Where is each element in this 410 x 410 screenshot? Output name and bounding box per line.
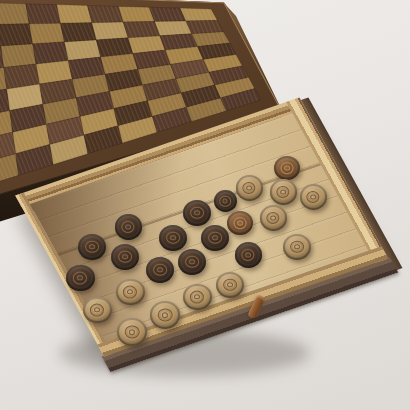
- checker-piece-medium: [274, 156, 300, 180]
- checker-piece-medium: [227, 211, 253, 235]
- checker-piece-dark: [111, 244, 139, 270]
- checker-piece-dark: [214, 190, 237, 211]
- checker-piece-light: [183, 284, 212, 311]
- checker-piece-light: [116, 279, 145, 306]
- checker-piece-dark: [235, 242, 262, 267]
- checker-piece-light: [150, 301, 180, 329]
- photo-stage: [0, 0, 410, 410]
- checker-piece-light: [270, 179, 297, 204]
- checker-piece-dark: [66, 265, 95, 292]
- checker-piece-dark: [78, 234, 106, 260]
- checker-piece-light: [236, 175, 263, 200]
- checker-piece-dark: [159, 225, 187, 251]
- checker-piece-dark: [183, 200, 211, 226]
- checker-piece-dark: [178, 249, 206, 275]
- checker-piece-light: [260, 205, 287, 230]
- checker-piece-dark: [146, 257, 174, 283]
- checker-piece-dark: [115, 214, 142, 239]
- checker-piece-light: [283, 234, 311, 260]
- checker-piece-light: [117, 318, 147, 346]
- checker-piece-dark: [201, 225, 229, 251]
- checker-piece-light: [216, 272, 244, 298]
- checker-piece-light: [300, 184, 327, 209]
- checker-piece-light: [83, 297, 112, 324]
